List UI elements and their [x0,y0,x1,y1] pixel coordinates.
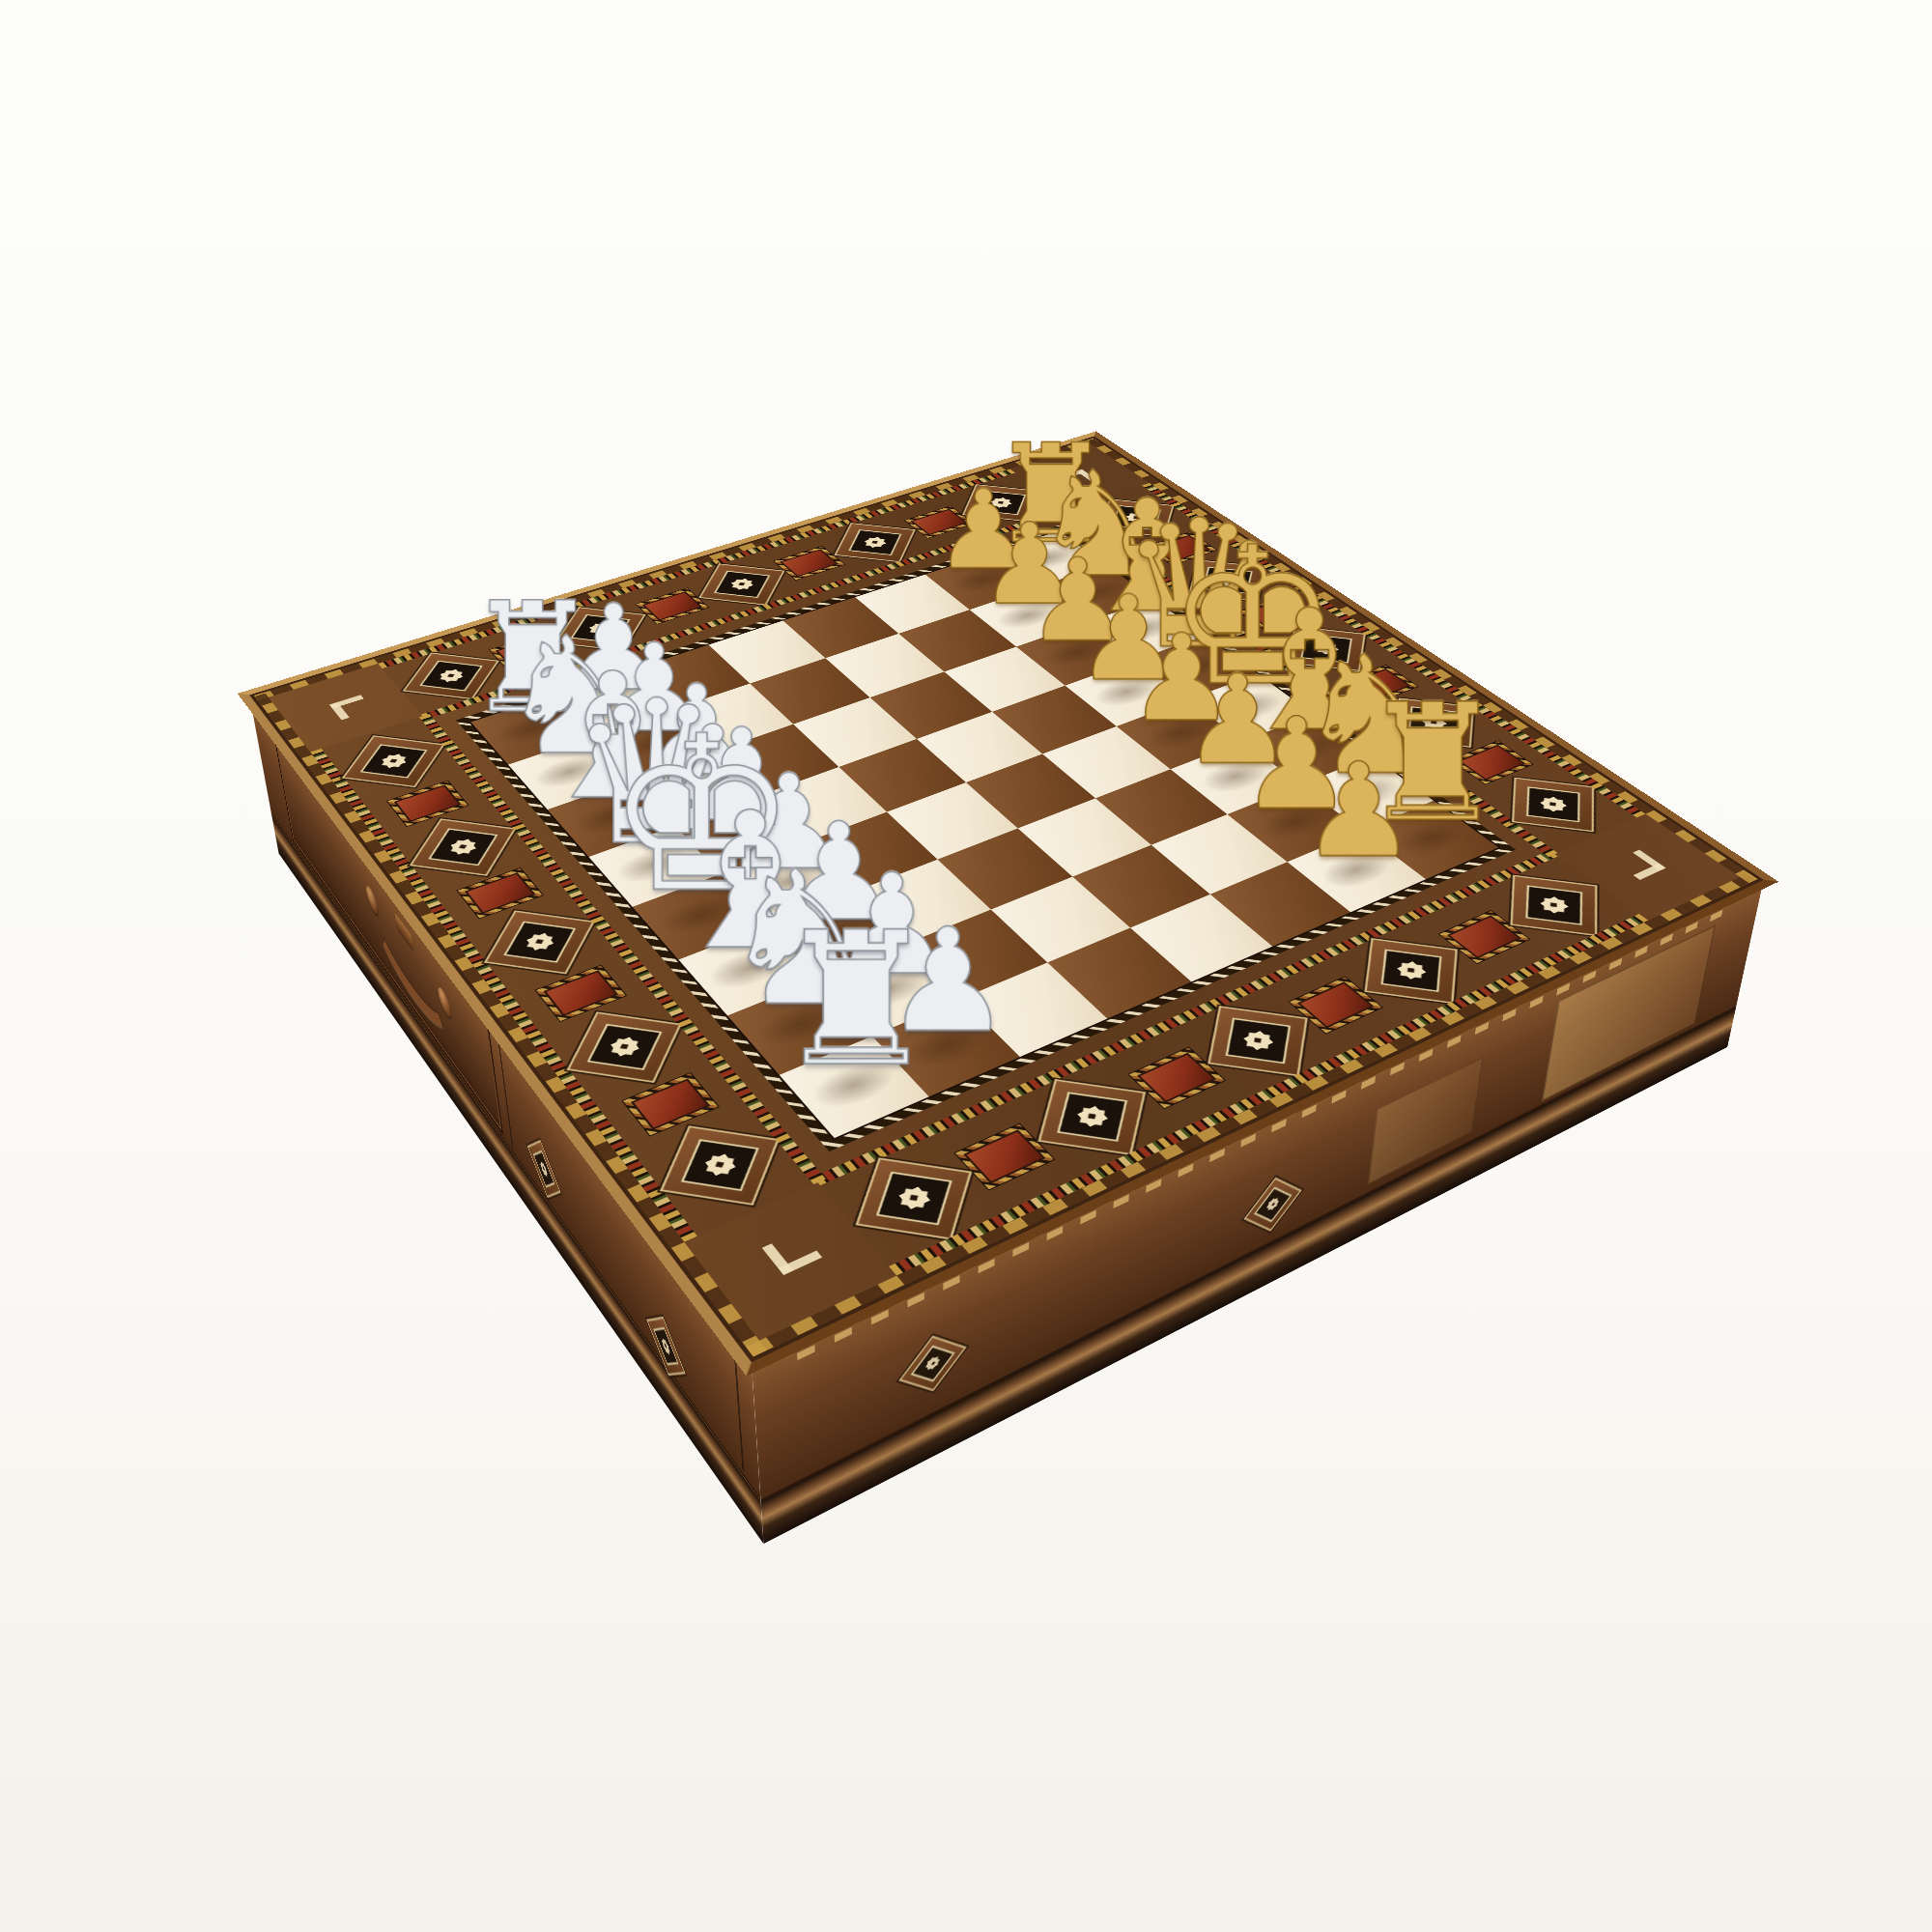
corner-chevron-icon [329,695,374,720]
star-diamond-field [427,828,497,866]
star-layer [1246,1033,1269,1049]
star-inlay-icon [843,1148,985,1249]
eight-point-star-icon [659,1328,672,1364]
square-f5 [1018,798,1151,876]
star-diamond-frame [1364,938,1457,1004]
square-h5 [1130,895,1272,982]
star-inlay-icon [1491,867,1619,943]
star-center [1550,902,1557,907]
red-inlay-icon [623,1073,718,1135]
star-diamond-field [359,744,428,779]
star-diamond-field [911,1346,954,1381]
star-diamond-frame [1188,559,1265,601]
star-layer [450,840,474,854]
star-diamond-field [1224,1017,1291,1064]
red-inlay-icon [536,965,626,1021]
star-diamond-frame [698,563,784,605]
eight-point-star-icon [369,747,418,776]
star-layer [898,1187,929,1209]
star-diamond-field [1202,566,1253,594]
red-inlay-core [631,1079,710,1130]
star-diamond-field [848,529,902,555]
star-diamond-frame [855,1157,971,1239]
eight-point-star-icon [922,1350,943,1377]
red-inlay-icon [1439,911,1529,963]
star-diamond-field [586,1024,663,1071]
star-inlay-icon [651,1117,789,1215]
red-inlay-core [543,970,618,1016]
star-layer [611,1037,639,1057]
eight-point-star-icon [1263,1192,1282,1217]
star-diamond-frame [1510,874,1597,935]
star-layer [1401,962,1422,978]
star-layer [1397,961,1426,979]
star-center [1549,802,1556,806]
star-diamond-field [875,1171,952,1225]
star-diamond-frame [409,818,515,875]
red-inlay-core [780,549,838,577]
star-layer [1243,1031,1272,1050]
star-layer [900,1188,927,1207]
star-inlay-icon [339,729,448,794]
star-diamond-frame [834,523,915,562]
eight-point-star-icon [1525,888,1583,922]
star-center [535,939,544,944]
star-layer [706,1155,733,1174]
star-layer [705,1154,735,1176]
star-layer [526,934,552,949]
star-inlay-icon [406,812,521,884]
eight-point-star-icon [882,1175,946,1221]
star-diamond-field [713,570,770,598]
red-inlay-icon [1290,977,1382,1033]
red-inlay-core [465,872,536,914]
star-diamond-frame [1037,1079,1145,1155]
eight-point-star-icon [1115,507,1159,528]
red-inlay-icon [387,781,468,826]
star-layer [450,839,475,855]
star-diamond-field [418,660,482,691]
eight-point-star-icon [437,831,489,863]
star-diamond-frame [660,1125,779,1205]
chess-case-top-face: ♜♞♝♛♚♝♞♜♟♟♟♟♟♟♟♟♟♟♟♟♟♟♟♟♜♞♝♛♚♝♞♜ [238,431,1779,1376]
star-inlay-icon [560,1004,690,1092]
red-inlay-core [1137,1053,1216,1103]
star-diamond-field [1380,949,1442,992]
star-diamond-frame [342,736,444,788]
red-inlay-icon [458,868,543,919]
red-inlay-core [394,784,462,822]
star-layer [1540,896,1568,913]
star-center [620,1044,629,1050]
star-layer [1544,798,1563,810]
star-diamond-field [976,490,1027,515]
red-inlay-icon [1129,1048,1225,1109]
star-diamond-frame [962,484,1039,522]
star-center [715,1162,724,1168]
star-diamond-field [1254,1187,1292,1222]
star-layer [1077,1106,1107,1126]
star-layer [526,933,553,951]
star-diamond-field [680,1139,759,1192]
red-inlay-icon [774,546,844,580]
chess-piece-glyph: ♜ [731,913,981,1088]
eight-point-star-icon [512,923,567,959]
star-layer [1544,897,1564,912]
red-inlay-core [1297,981,1375,1028]
eight-point-star-icon [689,1143,751,1187]
eight-point-star-icon [853,531,897,554]
star-diamond-field [502,921,576,963]
star-inlay-icon [479,903,601,982]
star-center [909,1195,918,1202]
eight-point-star-icon [428,663,475,689]
eight-point-star-icon [980,492,1023,513]
eight-point-star-icon [1061,1095,1123,1138]
star-diamond-field [1525,885,1583,925]
star-diamond-frame [483,910,593,974]
star-layer [611,1038,638,1055]
eight-point-star-icon [537,1152,550,1185]
eight-point-star-icon [719,573,764,596]
eight-point-star-icon [1227,1021,1288,1061]
square-g5 [1072,845,1210,928]
eight-point-star-icon [595,1027,653,1066]
studio-photo-stage: ♜♞♝♛♚♝♞♜♟♟♟♟♟♟♟♟♟♟♟♟♟♟♟♟♜♞♝♛♚♝♞♜ [0,0,1932,1932]
red-inlay-core [964,1129,1046,1183]
red-inlay-icon [955,1123,1054,1189]
star-diamond-field [1056,1092,1127,1142]
star-layer [1080,1107,1105,1124]
corner-chevron-icon [1613,850,1666,880]
chess-piece-glyph: ♟ [1247,749,1471,872]
star-layer [1540,797,1566,811]
red-inlay-core [1447,916,1521,959]
star-center [1254,1037,1262,1043]
star-center [1224,579,1230,582]
star-center [459,844,467,849]
star-diamond-frame [1207,1006,1307,1076]
star-center [1088,1113,1096,1119]
eight-point-star-icon [1381,952,1440,988]
perspective-wrapper: ♜♞♝♛♚♝♞♜♟♟♟♟♟♟♟♟♟♟♟♟♟♟♟♟♜♞♝♛♚♝♞♜ [411,227,1521,1338]
star-diamond-field [1111,505,1161,530]
corner-chevron-icon [762,1231,823,1275]
eight-point-star-icon [1204,569,1250,592]
star-center [1407,968,1414,973]
star-diamond-frame [566,1012,681,1083]
